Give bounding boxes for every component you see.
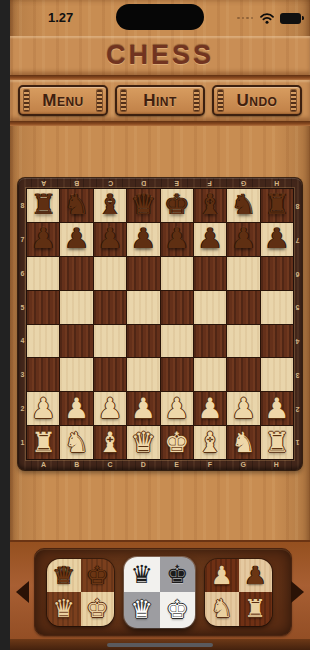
- square-h6[interactable]: [261, 257, 293, 290]
- square-d7[interactable]: ♟: [127, 223, 159, 256]
- tile-square: ♛: [124, 592, 160, 628]
- next-piece-set-arrow[interactable]: [291, 581, 304, 603]
- square-g2[interactable]: ♟: [227, 392, 259, 425]
- toolbar: Menu Hint Undo: [10, 80, 310, 121]
- button-ornament: [218, 90, 223, 111]
- square-f8[interactable]: ♝: [194, 189, 226, 222]
- square-c7[interactable]: ♟: [94, 223, 126, 256]
- tile-square: ♟: [205, 559, 239, 593]
- coord-label: C: [94, 459, 127, 470]
- coord-label: B: [60, 459, 93, 470]
- square-e3[interactable]: [161, 358, 193, 391]
- coord-label: 2: [293, 392, 302, 426]
- piece-set-tile-wood[interactable]: ♛♚♛♚: [47, 559, 114, 626]
- square-h2[interactable]: ♟: [261, 392, 293, 425]
- square-h7[interactable]: ♟: [261, 223, 293, 256]
- file-labels-bottom: ABCDEFGH: [27, 459, 293, 470]
- coord-label: A: [27, 178, 60, 189]
- tile-piece: ♚: [166, 562, 188, 587]
- button-ornament: [97, 90, 102, 111]
- black-pawn[interactable]: ♟: [64, 225, 89, 253]
- rank-labels-right: 87654321: [293, 189, 302, 459]
- square-d3[interactable]: [127, 358, 159, 391]
- coord-label: H: [260, 178, 293, 189]
- piece-set-tile-mono[interactable]: ♛♚♛♚: [124, 557, 195, 628]
- square-e6[interactable]: [161, 257, 193, 290]
- square-b3[interactable]: [60, 358, 92, 391]
- file-labels-top: ABCDEFGH: [27, 178, 293, 189]
- tile-piece: ♚: [86, 563, 108, 588]
- button-ornament: [24, 90, 29, 111]
- tile-square: ♚: [81, 592, 115, 626]
- status-time: 1.27: [48, 10, 73, 25]
- square-a1[interactable]: ♜: [27, 426, 59, 459]
- square-d8[interactable]: ♛: [127, 189, 159, 222]
- home-indicator[interactable]: [107, 643, 213, 647]
- coord-label: 7: [293, 223, 302, 257]
- square-b2[interactable]: ♟: [60, 392, 92, 425]
- page-title: CHESS: [106, 40, 214, 71]
- square-c6[interactable]: [94, 257, 126, 290]
- black-bishop[interactable]: ♝: [97, 191, 122, 219]
- square-d6[interactable]: [127, 257, 159, 290]
- black-bishop[interactable]: ♝: [198, 191, 223, 219]
- square-h3[interactable]: [261, 358, 293, 391]
- white-pawn[interactable]: ♟: [198, 395, 223, 423]
- square-e4[interactable]: [161, 325, 193, 358]
- dynamic-island: [116, 4, 204, 30]
- square-e7[interactable]: ♟: [161, 223, 193, 256]
- black-pawn[interactable]: ♟: [31, 225, 56, 253]
- tile-piece: ♛: [131, 597, 153, 622]
- coord-label: 3: [18, 358, 27, 392]
- square-d2[interactable]: ♟: [127, 392, 159, 425]
- square-a2[interactable]: ♟: [27, 392, 59, 425]
- undo-button[interactable]: Undo: [212, 85, 302, 116]
- square-a3[interactable]: [27, 358, 59, 391]
- square-b5[interactable]: [60, 291, 92, 324]
- coord-label: B: [60, 178, 93, 189]
- coord-label: 1: [293, 425, 302, 459]
- coord-label: 4: [293, 324, 302, 358]
- white-bishop[interactable]: ♝: [97, 429, 122, 457]
- square-c5[interactable]: [94, 291, 126, 324]
- black-rook[interactable]: ♜: [31, 191, 56, 219]
- square-b8[interactable]: ♞: [60, 189, 92, 222]
- square-e2[interactable]: ♟: [161, 392, 193, 425]
- tile-square: ♞: [205, 592, 239, 626]
- tile-square: ♚: [160, 557, 196, 593]
- tile-square: ♚: [81, 559, 115, 593]
- square-e8[interactable]: ♚: [161, 189, 193, 222]
- piece-set-tile-wood3d[interactable]: ♟♟♞♜: [205, 559, 272, 626]
- piece-set-carousel: ♛♚♛♚♛♚♛♚♟♟♞♜: [34, 548, 292, 636]
- tile-square: ♛: [124, 557, 160, 593]
- prev-piece-set-arrow[interactable]: [16, 581, 29, 603]
- menu-button[interactable]: Menu: [18, 85, 108, 116]
- square-c2[interactable]: ♟: [94, 392, 126, 425]
- square-a5[interactable]: [27, 291, 59, 324]
- tile-piece: ♚: [86, 596, 108, 621]
- square-a6[interactable]: [27, 257, 59, 290]
- square-f1[interactable]: ♝: [194, 426, 226, 459]
- tile-piece: ♜: [244, 596, 266, 621]
- coord-label: D: [127, 178, 160, 189]
- tile-piece: ♟: [244, 563, 266, 588]
- square-c8[interactable]: ♝: [94, 189, 126, 222]
- app-screen: 1.27 CHESS Menu Hint Undo: [10, 0, 310, 650]
- square-d4[interactable]: [127, 325, 159, 358]
- white-pawn[interactable]: ♟: [264, 395, 289, 423]
- white-rook[interactable]: ♜: [31, 429, 56, 457]
- square-g7[interactable]: ♟: [227, 223, 259, 256]
- square-c3[interactable]: [94, 358, 126, 391]
- tile-square: ♚: [160, 592, 196, 628]
- square-g5[interactable]: [227, 291, 259, 324]
- black-pawn[interactable]: ♟: [131, 225, 156, 253]
- coord-label: C: [94, 178, 127, 189]
- white-bishop[interactable]: ♝: [198, 429, 223, 457]
- black-pawn[interactable]: ♟: [97, 225, 122, 253]
- black-rook[interactable]: ♜: [264, 191, 289, 219]
- tile-square: ♛: [47, 592, 81, 626]
- title-band: CHESS: [10, 36, 310, 75]
- square-h1[interactable]: ♜: [261, 426, 293, 459]
- white-king[interactable]: ♚: [164, 429, 189, 457]
- coord-label: F: [193, 459, 226, 470]
- square-g4[interactable]: [227, 325, 259, 358]
- tile-piece: ♛: [53, 563, 75, 588]
- wifi-icon: [259, 12, 275, 24]
- coord-label: 8: [293, 189, 302, 223]
- white-pawn[interactable]: ♟: [164, 395, 189, 423]
- square-c4[interactable]: [94, 325, 126, 358]
- black-pawn[interactable]: ♟: [264, 225, 289, 253]
- square-b1[interactable]: ♞: [60, 426, 92, 459]
- tile-piece: ♛: [131, 562, 153, 587]
- cellular-signal-icon: [237, 17, 253, 20]
- white-knight[interactable]: ♞: [64, 429, 89, 457]
- coord-label: 8: [18, 189, 27, 223]
- coord-label: 6: [18, 257, 27, 291]
- black-knight[interactable]: ♞: [231, 191, 256, 219]
- coord-label: E: [160, 178, 193, 189]
- black-queen[interactable]: ♛: [131, 191, 156, 219]
- board-grid: ♜♞♝♛♚♝♞♜♟♟♟♟♟♟♟♟♟♟♟♟♟♟♟♟♜♞♝♛♚♝♞♜: [27, 189, 293, 459]
- chess-board: ABCDEFGH ABCDEFGH 87654321 87654321 ♜♞♝♛…: [18, 178, 302, 470]
- piece-set-tray: ♛♚♛♚♛♚♛♚♟♟♞♜: [10, 540, 310, 650]
- tile-square: ♜: [239, 592, 273, 626]
- square-f2[interactable]: ♟: [194, 392, 226, 425]
- square-f5[interactable]: [194, 291, 226, 324]
- coord-label: D: [127, 459, 160, 470]
- hint-button[interactable]: Hint: [115, 85, 205, 116]
- black-knight[interactable]: ♞: [64, 191, 89, 219]
- square-g6[interactable]: [227, 257, 259, 290]
- square-d1[interactable]: ♛: [127, 426, 159, 459]
- battery-icon: [280, 13, 301, 24]
- square-b4[interactable]: [60, 325, 92, 358]
- coord-label: G: [227, 459, 260, 470]
- coord-label: A: [27, 459, 60, 470]
- square-f6[interactable]: [194, 257, 226, 290]
- rank-labels-left: 87654321: [18, 189, 27, 459]
- tile-piece: ♟: [211, 563, 233, 588]
- black-king[interactable]: ♚: [164, 191, 189, 219]
- status-bar: 1.27: [10, 0, 310, 36]
- square-h5[interactable]: [261, 291, 293, 324]
- coord-label: 3: [293, 358, 302, 392]
- square-d5[interactable]: [127, 291, 159, 324]
- square-g8[interactable]: ♞: [227, 189, 259, 222]
- coord-label: 5: [293, 290, 302, 324]
- tile-piece: ♛: [53, 596, 75, 621]
- coord-label: F: [193, 178, 226, 189]
- square-e5[interactable]: [161, 291, 193, 324]
- square-h4[interactable]: [261, 325, 293, 358]
- white-pawn[interactable]: ♟: [131, 395, 156, 423]
- white-queen[interactable]: ♛: [131, 429, 156, 457]
- square-a4[interactable]: [27, 325, 59, 358]
- coord-label: 2: [18, 392, 27, 426]
- white-pawn[interactable]: ♟: [31, 395, 56, 423]
- button-ornament: [194, 90, 199, 111]
- black-pawn[interactable]: ♟: [231, 225, 256, 253]
- square-e1[interactable]: ♚: [161, 426, 193, 459]
- black-pawn[interactable]: ♟: [198, 225, 223, 253]
- coord-label: G: [227, 178, 260, 189]
- coord-label: 1: [18, 425, 27, 459]
- coord-label: 4: [18, 324, 27, 358]
- tile-piece: ♚: [166, 597, 188, 622]
- square-g1[interactable]: ♞: [227, 426, 259, 459]
- square-g3[interactable]: [227, 358, 259, 391]
- coord-label: 7: [18, 223, 27, 257]
- coord-label: 6: [293, 257, 302, 291]
- square-b7[interactable]: ♟: [60, 223, 92, 256]
- square-a8[interactable]: ♜: [27, 189, 59, 222]
- tile-square: ♟: [239, 559, 273, 593]
- tile-piece: ♞: [211, 596, 233, 621]
- tile-square: ♛: [47, 559, 81, 593]
- coord-label: H: [260, 459, 293, 470]
- white-knight[interactable]: ♞: [231, 429, 256, 457]
- white-rook[interactable]: ♜: [264, 429, 289, 457]
- white-pawn[interactable]: ♟: [64, 395, 89, 423]
- black-pawn[interactable]: ♟: [164, 225, 189, 253]
- coord-label: 5: [18, 290, 27, 324]
- white-pawn[interactable]: ♟: [97, 395, 122, 423]
- button-ornament: [121, 90, 126, 111]
- divider: [10, 121, 310, 126]
- coord-label: E: [160, 459, 193, 470]
- square-b6[interactable]: [60, 257, 92, 290]
- white-pawn[interactable]: ♟: [231, 395, 256, 423]
- square-a7[interactable]: ♟: [27, 223, 59, 256]
- square-h8[interactable]: ♜: [261, 189, 293, 222]
- square-f4[interactable]: [194, 325, 226, 358]
- square-c1[interactable]: ♝: [94, 426, 126, 459]
- square-f3[interactable]: [194, 358, 226, 391]
- square-f7[interactable]: ♟: [194, 223, 226, 256]
- button-ornament: [291, 90, 296, 111]
